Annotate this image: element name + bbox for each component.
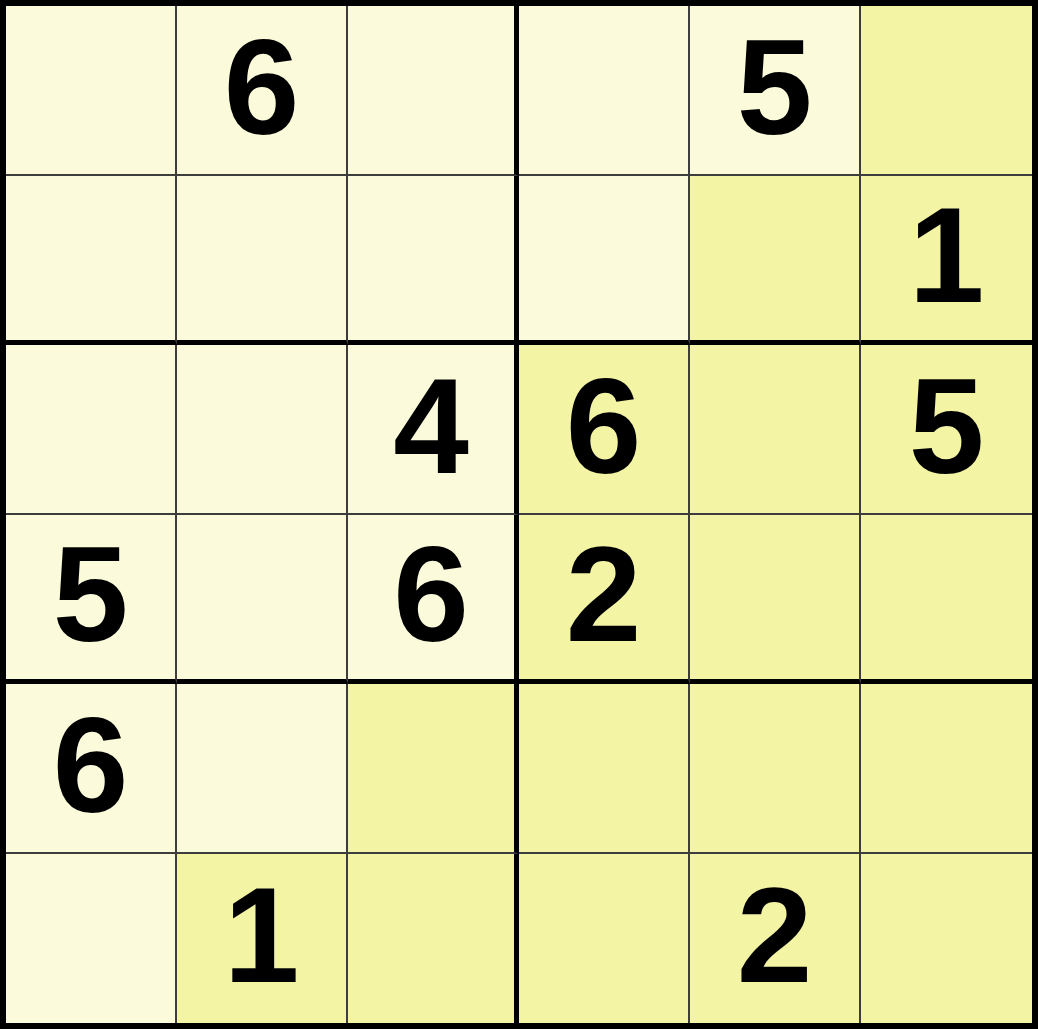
given-digit: 5	[53, 526, 129, 662]
cell-r4c1[interactable]: 5	[6, 515, 177, 685]
given-digit: 4	[393, 358, 469, 494]
cell-r2c1[interactable]	[6, 176, 177, 346]
given-digit: 1	[909, 187, 985, 323]
given-digit: 6	[224, 19, 300, 155]
cell-r4c6[interactable]	[861, 515, 1032, 685]
cell-r6c4[interactable]	[519, 854, 690, 1024]
cell-r1c1[interactable]	[6, 6, 177, 176]
cell-r3c2[interactable]	[177, 345, 348, 515]
cell-r5c2[interactable]	[177, 684, 348, 854]
cell-r3c5[interactable]	[690, 345, 861, 515]
cell-r2c5[interactable]	[690, 176, 861, 346]
cell-r5c5[interactable]	[690, 684, 861, 854]
cell-r6c6[interactable]	[861, 854, 1032, 1024]
given-digit: 5	[909, 358, 985, 494]
cell-r5c6[interactable]	[861, 684, 1032, 854]
cell-r1c4[interactable]	[519, 6, 690, 176]
cell-r4c5[interactable]	[690, 515, 861, 685]
given-digit: 2	[737, 867, 813, 1003]
cell-r6c3[interactable]	[348, 854, 519, 1024]
given-digit: 6	[566, 358, 642, 494]
cell-r2c2[interactable]	[177, 176, 348, 346]
given-digit: 2	[566, 526, 642, 662]
cell-r6c2[interactable]: 1	[177, 854, 348, 1024]
cell-r3c1[interactable]	[6, 345, 177, 515]
cell-r4c2[interactable]	[177, 515, 348, 685]
cell-r5c3[interactable]	[348, 684, 519, 854]
given-digit: 5	[737, 19, 813, 155]
cell-r2c6[interactable]: 1	[861, 176, 1032, 346]
cell-r3c4[interactable]: 6	[519, 345, 690, 515]
cell-r6c1[interactable]	[6, 854, 177, 1024]
cell-r1c3[interactable]	[348, 6, 519, 176]
cell-r1c2[interactable]: 6	[177, 6, 348, 176]
cell-r6c5[interactable]: 2	[690, 854, 861, 1024]
given-digit: 6	[393, 526, 469, 662]
given-digit: 6	[53, 697, 129, 833]
cell-r3c3[interactable]: 4	[348, 345, 519, 515]
given-digit: 1	[224, 867, 300, 1003]
cell-r3c6[interactable]: 5	[861, 345, 1032, 515]
cell-r4c3[interactable]: 6	[348, 515, 519, 685]
cell-r2c4[interactable]	[519, 176, 690, 346]
cell-r1c6[interactable]	[861, 6, 1032, 176]
cell-r4c4[interactable]: 2	[519, 515, 690, 685]
cell-r1c5[interactable]: 5	[690, 6, 861, 176]
cell-r2c3[interactable]	[348, 176, 519, 346]
sudoku-board: 651465562612	[0, 0, 1038, 1029]
cell-r5c4[interactable]	[519, 684, 690, 854]
cell-r5c1[interactable]: 6	[6, 684, 177, 854]
